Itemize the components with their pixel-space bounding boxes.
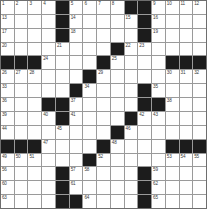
cell-r2c14[interactable] [180, 15, 193, 28]
clue-number-28: 28 [29, 70, 34, 76]
black-cell-r15c5 [56, 195, 69, 208]
cell-r10c2[interactable] [15, 126, 28, 139]
clue-number-18: 18 [71, 29, 76, 35]
cell-r3c1[interactable]: 17 [1, 29, 14, 42]
clue-number-40: 40 [43, 112, 48, 118]
cell-r8c7[interactable] [83, 98, 96, 111]
cell-r2c8[interactable] [97, 15, 110, 28]
clue-number-65: 65 [153, 195, 158, 201]
cell-r4c8[interactable] [97, 43, 110, 56]
cell-r3c15[interactable] [193, 29, 206, 42]
cell-r13c15[interactable] [193, 167, 206, 180]
cell-r7c8[interactable] [97, 84, 110, 97]
cell-r15c7[interactable]: 64 [83, 195, 96, 208]
cell-r11c10[interactable] [125, 140, 138, 153]
cell-r8c15[interactable] [193, 98, 206, 111]
clue-number-42: 42 [139, 112, 144, 118]
crossword-grid: 1234567891011121314151617181920212223242… [0, 0, 207, 209]
clue-number-8: 8 [112, 1, 114, 7]
black-cell-r2c11 [138, 15, 151, 28]
cell-r2c1[interactable]: 13 [1, 15, 14, 28]
cell-r12c4[interactable] [42, 154, 55, 167]
black-cell-r5c3 [28, 56, 41, 69]
clue-number-62: 62 [153, 181, 158, 187]
cell-r12c10[interactable] [125, 154, 138, 167]
cell-r10c1[interactable]: 44 [1, 126, 14, 139]
cell-r13c12[interactable]: 59 [152, 167, 165, 180]
cell-r3c13[interactable] [166, 29, 179, 42]
clue-number-55: 55 [194, 154, 199, 160]
cell-r13c14[interactable] [180, 167, 193, 180]
cell-r7c7[interactable]: 34 [83, 84, 96, 97]
cell-r3c10[interactable] [125, 29, 138, 42]
cell-r8c1[interactable]: 36 [1, 98, 14, 111]
cell-r9c1[interactable]: 39 [1, 112, 14, 125]
clue-number-47: 47 [43, 140, 48, 146]
cell-r1c12[interactable]: 9 [152, 1, 165, 14]
black-cell-r7c6 [70, 84, 83, 97]
clue-number-2: 2 [16, 1, 18, 7]
cell-r9c8[interactable] [97, 112, 110, 125]
clue-number-35: 35 [153, 84, 158, 90]
cell-r14c1[interactable]: 60 [1, 181, 14, 194]
cell-r4c14[interactable] [180, 43, 193, 56]
cell-r3c2[interactable] [15, 29, 28, 42]
cell-r9c3[interactable] [28, 112, 41, 125]
clue-number-26: 26 [2, 70, 7, 76]
cell-r8c14[interactable] [180, 98, 193, 111]
cell-r1c6[interactable]: 5 [70, 1, 83, 14]
clue-number-37: 37 [71, 98, 76, 104]
cell-r8c3[interactable] [28, 98, 41, 111]
black-cell-r11c3 [28, 140, 41, 153]
cell-r3c14[interactable] [180, 29, 193, 42]
clue-number-17: 17 [2, 29, 7, 35]
cell-r4c4[interactable] [42, 43, 55, 56]
cell-r6c6[interactable] [70, 70, 83, 83]
cell-r12c12[interactable] [152, 154, 165, 167]
cell-r14c3[interactable] [28, 181, 41, 194]
cell-r14c13[interactable] [166, 181, 179, 194]
cell-r1c1[interactable]: 1 [1, 1, 14, 14]
cell-r14c12[interactable]: 62 [152, 181, 165, 194]
cell-r14c6[interactable]: 61 [70, 181, 83, 194]
cell-r13c10[interactable] [125, 167, 138, 180]
black-cell-r3c5 [56, 29, 69, 42]
cell-r1c7[interactable]: 6 [83, 1, 96, 14]
cell-r10c13[interactable] [166, 126, 179, 139]
black-cell-r14c11 [138, 181, 151, 194]
cell-r15c2[interactable] [15, 195, 28, 208]
cell-r4c5[interactable]: 21 [56, 43, 69, 56]
cell-r4c7[interactable] [83, 43, 96, 56]
cell-r7c5[interactable] [56, 84, 69, 97]
cell-r6c5[interactable] [56, 70, 69, 83]
cell-r11c5[interactable] [56, 140, 69, 153]
cell-r1c9[interactable]: 8 [111, 1, 124, 14]
cell-r6c15[interactable]: 32 [193, 70, 206, 83]
cell-r6c8[interactable]: 29 [97, 70, 110, 83]
black-cell-r1c5 [56, 1, 69, 14]
cell-r12c15[interactable]: 55 [193, 154, 206, 167]
cell-r8c10[interactable] [125, 98, 138, 111]
clue-number-49: 49 [2, 154, 7, 160]
cell-r15c3[interactable] [28, 195, 41, 208]
cell-r12c5[interactable] [56, 154, 69, 167]
cell-r3c12[interactable]: 19 [152, 29, 165, 42]
cell-r13c1[interactable]: 56 [1, 167, 14, 180]
cell-r8c6[interactable]: 37 [70, 98, 83, 111]
cell-r5c7[interactable] [83, 56, 96, 69]
cell-r10c10[interactable]: 46 [125, 126, 138, 139]
cell-r3c4[interactable] [42, 29, 55, 42]
cell-r12c8[interactable]: 52 [97, 154, 110, 167]
cell-r6c10[interactable] [125, 70, 138, 83]
clue-number-19: 19 [153, 29, 158, 35]
cell-r5c5[interactable] [56, 56, 69, 69]
cell-r5c6[interactable] [70, 56, 83, 69]
clue-number-45: 45 [57, 126, 62, 132]
black-cell-r11c14 [180, 140, 193, 153]
cell-r5c9[interactable]: 25 [111, 56, 124, 69]
cell-r10c3[interactable] [28, 126, 41, 139]
cell-r6c1[interactable]: 26 [1, 70, 14, 83]
cell-r12c3[interactable]: 51 [28, 154, 41, 167]
black-cell-r2c5 [56, 15, 69, 28]
cell-r1c2[interactable]: 2 [15, 1, 28, 14]
clue-number-56: 56 [2, 167, 7, 173]
cell-r13c4[interactable] [42, 167, 55, 180]
cell-r13c3[interactable] [28, 167, 41, 180]
cell-r2c10[interactable]: 15 [125, 15, 138, 28]
cell-r7c12[interactable]: 35 [152, 84, 165, 97]
clue-number-11: 11 [181, 1, 185, 7]
clue-number-9: 9 [153, 1, 155, 7]
cell-r11c9[interactable]: 48 [111, 140, 124, 153]
cell-r10c15[interactable] [193, 126, 206, 139]
clue-number-31: 31 [181, 70, 186, 76]
black-cell-r5c1 [1, 56, 14, 69]
black-cell-r15c6 [70, 195, 83, 208]
cell-r6c2[interactable]: 27 [15, 70, 28, 83]
cell-r14c4[interactable] [42, 181, 55, 194]
cell-r5c12[interactable] [152, 56, 165, 69]
cell-r3c3[interactable] [28, 29, 41, 42]
cell-r12c1[interactable]: 49 [1, 154, 14, 167]
cell-r10c12[interactable] [152, 126, 165, 139]
cell-r10c7[interactable] [83, 126, 96, 139]
cell-r10c6[interactable] [70, 126, 83, 139]
cell-r2c6[interactable]: 14 [70, 15, 83, 28]
cell-r2c7[interactable] [83, 15, 96, 28]
cell-r3c8[interactable] [97, 29, 110, 42]
cell-r12c6[interactable] [70, 154, 83, 167]
cell-r5c10[interactable] [125, 56, 138, 69]
clue-number-10: 10 [167, 1, 172, 7]
black-cell-r5c15 [193, 56, 206, 69]
cell-r14c9[interactable] [111, 181, 124, 194]
clue-number-20: 20 [2, 43, 7, 49]
clue-number-43: 43 [153, 112, 158, 118]
cell-r15c4[interactable] [42, 195, 55, 208]
cell-r15c8[interactable] [97, 195, 110, 208]
clue-number-61: 61 [71, 181, 76, 187]
cell-r4c13[interactable] [166, 43, 179, 56]
cell-r9c6[interactable]: 41 [70, 112, 83, 125]
clue-number-33: 33 [2, 84, 7, 90]
cell-r6c11[interactable] [138, 70, 151, 83]
cell-r2c2[interactable] [15, 15, 28, 28]
cell-r12c11[interactable] [138, 154, 151, 167]
cell-r10c4[interactable] [42, 126, 55, 139]
black-cell-r11c8 [97, 140, 110, 153]
cell-r9c4[interactable]: 40 [42, 112, 55, 125]
cell-r1c4[interactable]: 4 [42, 1, 55, 14]
cell-r4c6[interactable] [70, 43, 83, 56]
cell-r9c7[interactable] [83, 112, 96, 125]
cell-r6c14[interactable]: 31 [180, 70, 193, 83]
clue-number-16: 16 [153, 15, 158, 21]
black-cell-r11c1 [1, 140, 14, 153]
cell-r6c9[interactable] [111, 70, 124, 83]
black-cell-r5c2 [15, 56, 28, 69]
clue-number-52: 52 [98, 154, 103, 160]
clue-number-24: 24 [43, 56, 48, 62]
cell-r9c11[interactable]: 42 [138, 112, 151, 125]
cell-r2c3[interactable] [28, 15, 41, 28]
black-cell-r15c11 [138, 195, 151, 208]
cell-r8c9[interactable] [111, 98, 124, 111]
cell-r4c11[interactable]: 23 [138, 43, 151, 56]
cell-r14c7[interactable] [83, 181, 96, 194]
cell-r7c14[interactable] [180, 84, 193, 97]
cell-r4c2[interactable] [15, 43, 28, 56]
black-cell-r13c11 [138, 167, 151, 180]
cell-r1c14[interactable]: 11 [180, 1, 193, 14]
cell-r8c8[interactable] [97, 98, 110, 111]
black-cell-r11c2 [15, 140, 28, 153]
clue-number-39: 39 [2, 112, 7, 118]
black-cell-r1c10 [125, 1, 138, 14]
cell-r13c6[interactable]: 57 [70, 167, 83, 180]
clue-number-59: 59 [153, 167, 158, 173]
black-cell-r10c9 [111, 126, 124, 139]
black-cell-r6c7 [83, 70, 96, 83]
clue-number-54: 54 [181, 154, 186, 160]
cell-r11c7[interactable] [83, 140, 96, 153]
cell-r11c4[interactable]: 47 [42, 140, 55, 153]
cell-r6c4[interactable] [42, 70, 55, 83]
cell-r4c3[interactable] [28, 43, 41, 56]
clue-number-27: 27 [16, 70, 21, 76]
black-cell-r9c10 [125, 112, 138, 125]
cell-r9c2[interactable] [15, 112, 28, 125]
black-cell-r11c13 [166, 140, 179, 153]
cell-r15c15[interactable] [193, 195, 206, 208]
black-cell-r8c5 [56, 98, 69, 111]
cell-r13c8[interactable] [97, 167, 110, 180]
clue-number-38: 38 [167, 98, 172, 104]
cell-r7c4[interactable] [42, 84, 55, 97]
cell-r10c8[interactable] [97, 126, 110, 139]
cell-r15c9[interactable] [111, 195, 124, 208]
cell-r1c8[interactable]: 7 [97, 1, 110, 14]
cell-r8c13[interactable]: 38 [166, 98, 179, 111]
cell-r10c11[interactable] [138, 126, 151, 139]
cell-r4c10[interactable]: 22 [125, 43, 138, 56]
black-cell-r9c5 [56, 112, 69, 125]
cell-r6c13[interactable]: 30 [166, 70, 179, 83]
cell-r12c9[interactable] [111, 154, 124, 167]
clue-number-4: 4 [43, 1, 45, 7]
cell-r13c2[interactable] [15, 167, 28, 180]
cell-r9c12[interactable]: 43 [152, 112, 165, 125]
cell-r14c14[interactable] [180, 181, 193, 194]
cell-r7c2[interactable] [15, 84, 28, 97]
cell-r8c2[interactable] [15, 98, 28, 111]
clue-number-51: 51 [29, 154, 34, 160]
clue-number-57: 57 [71, 167, 76, 173]
clue-number-36: 36 [2, 98, 7, 104]
black-cell-r3c11 [138, 29, 151, 42]
black-cell-r11c15 [193, 140, 206, 153]
clue-number-22: 22 [126, 43, 131, 49]
black-cell-r8c4 [42, 98, 55, 111]
cell-r11c12[interactable] [152, 140, 165, 153]
cell-r12c2[interactable]: 50 [15, 154, 28, 167]
cell-r7c15[interactable] [193, 84, 206, 97]
cell-r11c11[interactable] [138, 140, 151, 153]
cell-r5c4[interactable]: 24 [42, 56, 55, 69]
black-cell-r4c9 [111, 43, 124, 56]
cell-r10c14[interactable] [180, 126, 193, 139]
cell-r7c13[interactable] [166, 84, 179, 97]
cell-r7c3[interactable] [28, 84, 41, 97]
black-cell-r8c12 [152, 98, 165, 111]
clue-number-34: 34 [84, 84, 89, 90]
cell-r2c15[interactable] [193, 15, 206, 28]
cell-r12c13[interactable]: 53 [166, 154, 179, 167]
cell-r14c8[interactable] [97, 181, 110, 194]
cell-r13c7[interactable]: 58 [83, 167, 96, 180]
black-cell-r5c14 [180, 56, 193, 69]
cell-r7c9[interactable] [111, 84, 124, 97]
cell-r7c1[interactable]: 33 [1, 84, 14, 97]
cell-r1c13[interactable]: 10 [166, 1, 179, 14]
clue-number-44: 44 [2, 126, 7, 132]
clue-number-12: 12 [194, 1, 199, 7]
cell-r13c13[interactable] [166, 167, 179, 180]
black-cell-r8c11 [138, 98, 151, 111]
cell-r14c2[interactable] [15, 181, 28, 194]
clue-number-60: 60 [2, 181, 7, 187]
clue-number-13: 13 [2, 15, 7, 21]
cell-r9c13[interactable] [166, 112, 179, 125]
clue-number-53: 53 [167, 154, 172, 160]
clue-number-15: 15 [126, 15, 131, 21]
clue-number-29: 29 [98, 70, 103, 76]
cell-r2c13[interactable] [166, 15, 179, 28]
cell-r4c15[interactable] [193, 43, 206, 56]
cell-r2c4[interactable] [42, 15, 55, 28]
clue-number-6: 6 [84, 1, 86, 7]
cell-r9c15[interactable] [193, 112, 206, 125]
clue-number-25: 25 [112, 56, 117, 62]
cell-r4c1[interactable]: 20 [1, 43, 14, 56]
clue-number-32: 32 [194, 70, 199, 76]
cell-r15c14[interactable] [180, 195, 193, 208]
cell-r9c14[interactable] [180, 112, 193, 125]
cell-r15c12[interactable]: 65 [152, 195, 165, 208]
clue-number-23: 23 [139, 43, 144, 49]
black-cell-r5c8 [97, 56, 110, 69]
cell-r14c15[interactable] [193, 181, 206, 194]
cell-r15c10[interactable] [125, 195, 138, 208]
black-cell-r1c11 [138, 1, 151, 14]
clue-number-7: 7 [98, 1, 100, 7]
cell-r4c12[interactable] [152, 43, 165, 56]
cell-r13c9[interactable] [111, 167, 124, 180]
cell-r9c9[interactable] [111, 112, 124, 125]
cell-r3c6[interactable]: 18 [70, 29, 83, 42]
cell-r15c1[interactable]: 63 [1, 195, 14, 208]
black-cell-r5c13 [166, 56, 179, 69]
cell-r6c12[interactable] [152, 70, 165, 83]
black-cell-r7c11 [138, 84, 151, 97]
cell-r3c7[interactable] [83, 29, 96, 42]
cell-r1c15[interactable]: 12 [193, 1, 206, 14]
clue-number-64: 64 [84, 195, 89, 201]
cell-r10c5[interactable]: 45 [56, 126, 69, 139]
clue-number-14: 14 [71, 15, 76, 21]
clue-number-63: 63 [2, 195, 7, 201]
black-cell-r12c7 [83, 154, 96, 167]
cell-r14c10[interactable] [125, 181, 138, 194]
cell-r2c12[interactable]: 16 [152, 15, 165, 28]
cell-r12c14[interactable]: 54 [180, 154, 193, 167]
cell-r5c11[interactable] [138, 56, 151, 69]
black-cell-r14c5 [56, 181, 69, 194]
clue-number-30: 30 [167, 70, 172, 76]
clue-number-46: 46 [126, 126, 131, 132]
black-cell-r13c5 [56, 167, 69, 180]
cell-r15c13[interactable] [166, 195, 179, 208]
cell-r2c9[interactable] [111, 15, 124, 28]
cell-r7c10[interactable] [125, 84, 138, 97]
clue-number-48: 48 [112, 140, 117, 146]
clue-number-3: 3 [29, 1, 31, 7]
clue-number-1: 1 [2, 1, 4, 7]
clue-number-5: 5 [71, 1, 73, 7]
clue-number-58: 58 [84, 167, 89, 173]
cell-r3c9[interactable] [111, 29, 124, 42]
clue-number-21: 21 [57, 43, 62, 49]
clue-number-50: 50 [16, 154, 21, 160]
clue-number-41: 41 [71, 112, 76, 118]
cell-r11c6[interactable] [70, 140, 83, 153]
cell-r6c3[interactable]: 28 [28, 70, 41, 83]
cell-r1c3[interactable]: 3 [28, 1, 41, 14]
